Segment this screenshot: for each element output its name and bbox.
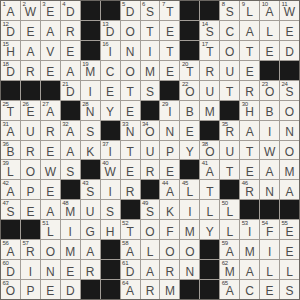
cell-r14c10[interactable]: N: [180, 260, 199, 279]
cell-letter: R: [21, 146, 40, 159]
cell-r15c13[interactable]: C: [240, 280, 259, 299]
cell-r3c6[interactable]: 16I: [101, 41, 120, 60]
cell-r15c15[interactable]: S: [280, 280, 299, 299]
black-cell-r10c8: [141, 180, 160, 199]
cell-r13c15[interactable]: E: [280, 240, 299, 259]
cell-letter: P: [21, 285, 40, 298]
cell-r4c10[interactable]: 20T: [180, 61, 199, 80]
cell-r8c1[interactable]: 36B: [1, 141, 20, 160]
cell-letter: E: [21, 206, 40, 219]
cell-r15c7[interactable]: 64A: [121, 280, 140, 299]
cell-letter: C: [240, 285, 259, 298]
cell-r5c5[interactable]: I: [81, 81, 100, 100]
black-cell-r4c15: [280, 61, 299, 80]
cell-r10c3[interactable]: E: [41, 180, 60, 199]
cell-r7c10[interactable]: E: [180, 121, 199, 140]
cell-letter: O: [200, 146, 219, 159]
cell-letter: S: [200, 26, 219, 39]
cell-r15c1[interactable]: 63O: [1, 280, 20, 299]
cell-letter: L: [220, 206, 239, 219]
cell-r9c12[interactable]: T: [220, 160, 239, 179]
cell-letter: A: [160, 186, 179, 199]
cell-letter: Y: [101, 106, 120, 119]
cell-letter: M: [200, 106, 219, 119]
cell-r10c11[interactable]: T: [200, 180, 219, 199]
cell-r13c3[interactable]: O: [41, 240, 60, 259]
cell-r11c5[interactable]: U: [81, 200, 100, 219]
cell-r8c14[interactable]: W: [260, 141, 279, 160]
cell-letter: A: [41, 106, 60, 119]
cell-r4c1[interactable]: 18D: [1, 61, 20, 80]
cell-r1c3[interactable]: 3E: [41, 1, 60, 20]
cell-r8c12[interactable]: U: [220, 141, 239, 160]
cell-r15c3[interactable]: E: [41, 280, 60, 299]
cell-r4c3[interactable]: E: [41, 61, 60, 80]
cell-r13c14[interactable]: I: [260, 240, 279, 259]
cell-letter: A: [61, 66, 80, 79]
cell-r9c8[interactable]: R: [141, 160, 160, 179]
cell-r10c2[interactable]: P: [21, 180, 40, 199]
cell-r8c15[interactable]: O: [280, 141, 299, 160]
cell-r13c7[interactable]: 58A: [121, 240, 140, 259]
cell-r7c2[interactable]: U: [21, 121, 40, 140]
cell-r8c13[interactable]: T: [240, 141, 259, 160]
cell-r2c12[interactable]: C: [220, 21, 239, 40]
cell-r5c7[interactable]: T: [121, 81, 140, 100]
cell-r8c6[interactable]: 37I: [101, 141, 120, 160]
cell-r2c2[interactable]: E: [21, 21, 40, 40]
cell-r10c14[interactable]: N: [260, 180, 279, 199]
cell-r9c4[interactable]: S: [61, 160, 80, 179]
cell-letter: H: [101, 226, 120, 239]
cell-r2c15[interactable]: E: [280, 21, 299, 40]
cell-r13c9[interactable]: O: [160, 240, 179, 259]
cell-r12c12[interactable]: L: [220, 220, 239, 239]
cell-letter: P: [160, 146, 179, 159]
cell-letter: E: [41, 285, 60, 298]
cell-r3c9[interactable]: T: [160, 41, 179, 60]
cell-letter: O: [180, 86, 199, 99]
cell-r13c10[interactable]: O: [180, 240, 199, 259]
cell-r11c12[interactable]: 50L: [220, 200, 239, 219]
cell-r2c3[interactable]: A: [41, 21, 60, 40]
cell-letter: A: [141, 266, 160, 279]
cell-letter: A: [121, 285, 140, 298]
cell-r5c8[interactable]: S: [141, 81, 160, 100]
cell-r4c5[interactable]: 19M: [81, 61, 100, 80]
cell-r14c8[interactable]: A: [141, 260, 160, 279]
cell-r13c2[interactable]: 57R: [21, 240, 40, 259]
cell-r9c7[interactable]: E: [121, 160, 140, 179]
cell-letter: A: [81, 246, 100, 259]
cell-r8c5[interactable]: K: [81, 141, 100, 160]
cell-letter: O: [141, 126, 160, 139]
cell-r5c6[interactable]: E: [101, 81, 120, 100]
cell-r11c8[interactable]: 49S: [141, 200, 160, 219]
cell-letter: O: [160, 246, 179, 259]
cell-r2c4[interactable]: R: [61, 21, 80, 40]
cell-r8c8[interactable]: U: [141, 141, 160, 160]
cell-letter: R: [121, 186, 140, 199]
cell-r12c8[interactable]: O: [141, 220, 160, 239]
cell-letter: N: [41, 266, 60, 279]
cell-r10c13[interactable]: 46R: [240, 180, 259, 199]
cell-letter: A: [240, 266, 259, 279]
cell-r11c3[interactable]: A: [41, 200, 60, 219]
cell-letter: E: [180, 126, 199, 139]
cell-r7c13[interactable]: A: [240, 121, 259, 140]
cell-r14c9[interactable]: R: [160, 260, 179, 279]
cell-letter: A: [220, 285, 239, 298]
cell-letter: S: [141, 6, 160, 19]
cell-r6c1[interactable]: 25T: [1, 101, 20, 120]
black-cell-r4c14: [260, 61, 279, 80]
cell-r1c8[interactable]: 6S: [141, 1, 160, 20]
cell-r4c13[interactable]: E: [240, 61, 259, 80]
cell-letter: T: [200, 186, 219, 199]
cell-r14c2[interactable]: I: [21, 260, 40, 279]
cell-r4c9[interactable]: E: [160, 61, 179, 80]
cell-r13c13[interactable]: M: [240, 240, 259, 259]
black-cell-r11c13: [240, 200, 259, 219]
black-cell-r10c12: [220, 180, 239, 199]
cell-r11c10[interactable]: I: [180, 200, 199, 219]
cell-letter: A: [240, 126, 259, 139]
cell-r1c4[interactable]: 4D: [61, 1, 80, 20]
cell-r14c7[interactable]: 61D: [121, 260, 140, 279]
cell-letter: R: [41, 126, 60, 139]
cell-letter: N: [180, 266, 199, 279]
cell-r3c11[interactable]: 17T: [200, 41, 219, 60]
cell-letter: W: [21, 6, 40, 19]
black-cell-r6c8: [141, 101, 160, 120]
cell-r1c13[interactable]: 9L: [240, 1, 259, 20]
cell-r4c2[interactable]: R: [21, 61, 40, 80]
cell-r12c7[interactable]: 52T: [121, 220, 140, 239]
cell-r15c9[interactable]: M: [160, 280, 179, 299]
cell-r7c3[interactable]: R: [41, 121, 60, 140]
cell-letter: S: [141, 206, 160, 219]
cell-r3c2[interactable]: A: [21, 41, 40, 60]
cell-letter: U: [200, 86, 219, 99]
cell-r5c4[interactable]: 21D: [61, 81, 80, 100]
cell-letter: D: [121, 266, 140, 279]
cell-letter: U: [220, 146, 239, 159]
cell-r2c1[interactable]: 12D: [1, 21, 20, 40]
cell-r9c2[interactable]: O: [21, 160, 40, 179]
cell-letter: T: [200, 46, 219, 59]
cell-letter: R: [141, 166, 160, 179]
cell-letter: E: [121, 166, 140, 179]
cell-r10c9[interactable]: 44A: [160, 180, 179, 199]
cell-r4c11[interactable]: R: [200, 61, 219, 80]
cell-r12c4[interactable]: I: [61, 220, 80, 239]
cell-letter: M: [240, 246, 259, 259]
cell-r5c15[interactable]: 24S: [280, 81, 299, 100]
cell-r11c4[interactable]: 48M: [61, 200, 80, 219]
cell-letter: A: [121, 246, 140, 259]
cell-r14c12[interactable]: 62M: [220, 260, 239, 279]
cell-r13c5[interactable]: A: [81, 240, 100, 259]
cell-r15c14[interactable]: E: [260, 280, 279, 299]
cell-letter: L: [141, 246, 160, 259]
cell-letter: I: [101, 146, 120, 159]
cell-letter: I: [260, 126, 279, 139]
cell-r4c8[interactable]: M: [141, 61, 160, 80]
cell-r12c15[interactable]: 55E: [280, 220, 299, 239]
cell-letter: D: [280, 46, 299, 59]
cell-letter: N: [81, 106, 100, 119]
cell-letter: E: [61, 46, 80, 59]
cell-r2c7[interactable]: O: [121, 21, 140, 40]
cell-r13c1[interactable]: 56A: [1, 240, 20, 259]
cell-letter: M: [81, 66, 100, 79]
cell-letter: Y: [180, 146, 199, 159]
cell-letter: M: [61, 246, 80, 259]
cell-letter: I: [240, 226, 259, 239]
cell-letter: L: [220, 226, 239, 239]
cell-r12c10[interactable]: M: [180, 220, 199, 239]
cell-r1c9[interactable]: 7T: [160, 1, 179, 20]
cell-r10c1[interactable]: 42A: [1, 180, 20, 199]
cell-r7c9[interactable]: N: [160, 121, 179, 140]
cell-letter: U: [141, 146, 160, 159]
cell-letter: V: [41, 46, 60, 59]
cell-r6c15[interactable]: O: [280, 101, 299, 120]
cell-r7c5[interactable]: S: [81, 121, 100, 140]
cell-letter: R: [61, 26, 80, 39]
cell-r5c12[interactable]: T: [220, 81, 239, 100]
cell-letter: S: [220, 6, 239, 19]
cell-r7c15[interactable]: N: [280, 121, 299, 140]
cell-letter: O: [141, 226, 160, 239]
cell-letter: R: [141, 285, 160, 298]
cell-r12c14[interactable]: 54F: [260, 220, 279, 239]
cell-r8c9[interactable]: P: [160, 141, 179, 160]
cell-r12c6[interactable]: H: [101, 220, 120, 239]
cell-r12c3[interactable]: 51L: [41, 220, 60, 239]
cell-r9c14[interactable]: A: [260, 160, 279, 179]
cell-letter: A: [41, 206, 60, 219]
cell-r6c14[interactable]: B: [260, 101, 279, 120]
cell-r6c11[interactable]: M: [200, 101, 219, 120]
cell-r9c6[interactable]: 40W: [101, 160, 120, 179]
cell-letter: G: [81, 226, 100, 239]
cell-r11c6[interactable]: S: [101, 200, 120, 219]
cell-r14c15[interactable]: L: [280, 260, 299, 279]
cell-r3c7[interactable]: N: [121, 41, 140, 60]
cell-r8c2[interactable]: R: [21, 141, 40, 160]
cell-letter: O: [1, 285, 20, 298]
cell-r9c13[interactable]: E: [240, 160, 259, 179]
cell-r15c12[interactable]: 65A: [220, 280, 239, 299]
cell-r6c13[interactable]: 30H: [240, 101, 259, 120]
cell-letter: B: [180, 106, 199, 119]
cell-letter: H: [1, 46, 20, 59]
cell-r15c8[interactable]: R: [141, 280, 160, 299]
cell-letter: Y: [200, 226, 219, 239]
cell-r5c11[interactable]: U: [200, 81, 219, 100]
cell-r5c14[interactable]: 23O: [260, 81, 279, 100]
cell-r8c10[interactable]: Y: [180, 141, 199, 160]
cell-r7c12[interactable]: 35R: [220, 121, 239, 140]
black-cell-r7c6: [101, 121, 120, 140]
cell-r3c1[interactable]: 15H: [1, 41, 20, 60]
cell-letter: O: [280, 146, 299, 159]
cell-r3c14[interactable]: E: [260, 41, 279, 60]
cell-r9c3[interactable]: W: [41, 160, 60, 179]
cell-letter: O: [180, 246, 199, 259]
cell-letter: O: [41, 246, 60, 259]
cell-letter: F: [260, 226, 279, 239]
cell-r3c8[interactable]: I: [141, 41, 160, 60]
cell-letter: S: [141, 86, 160, 99]
cell-r5c13[interactable]: R: [240, 81, 259, 100]
cell-r10c10[interactable]: 45L: [180, 180, 199, 199]
cell-letter: S: [101, 206, 120, 219]
cell-r4c12[interactable]: U: [220, 61, 239, 80]
cell-r7c4[interactable]: 32A: [61, 121, 80, 140]
cell-r1c14[interactable]: 10A: [260, 1, 279, 20]
cell-r2c14[interactable]: L: [260, 21, 279, 40]
cell-r4c6[interactable]: C: [101, 61, 120, 80]
cell-r14c14[interactable]: L: [260, 260, 279, 279]
cell-letter: N: [121, 46, 140, 59]
cell-r7c8[interactable]: 34O: [141, 121, 160, 140]
cell-r12c13[interactable]: 53I: [240, 220, 259, 239]
cell-letter: S: [280, 285, 299, 298]
cell-letter: L: [180, 186, 199, 199]
cell-r10c6[interactable]: I: [101, 180, 120, 199]
cell-r13c8[interactable]: L: [141, 240, 160, 259]
cell-r14c5[interactable]: R: [81, 260, 100, 279]
cell-r12c9[interactable]: F: [160, 220, 179, 239]
cell-letter: A: [21, 46, 40, 59]
cell-letter: E: [21, 26, 40, 39]
cell-r10c7[interactable]: R: [121, 180, 140, 199]
black-cell-r15c10: [180, 280, 199, 299]
cell-r6c9[interactable]: 29I: [160, 101, 179, 120]
cell-letter: M: [220, 266, 239, 279]
cell-r3c13[interactable]: T: [240, 41, 259, 60]
cell-r4c4[interactable]: A: [61, 61, 80, 80]
cell-r12c11[interactable]: Y: [200, 220, 219, 239]
cell-r14c1[interactable]: 60D: [1, 260, 20, 279]
cell-r6c6[interactable]: Y: [101, 101, 120, 120]
cell-r3c4[interactable]: E: [61, 41, 80, 60]
cell-r1c1[interactable]: 1A: [1, 1, 20, 20]
crossword-grid: 1A2W3E4D5D6S7T8S9L10A11W12DEAR13DOTE14SC…: [0, 0, 300, 300]
cell-r9c9[interactable]: E: [160, 160, 179, 179]
cell-r3c15[interactable]: D: [280, 41, 299, 60]
cell-r9c1[interactable]: 39L: [1, 160, 20, 179]
cell-r13c4[interactable]: M: [61, 240, 80, 259]
black-cell-r15c5: [81, 280, 100, 299]
cell-letter: E: [240, 166, 259, 179]
cell-letter: A: [280, 186, 299, 199]
cell-letter: A: [1, 246, 20, 259]
cell-r11c2[interactable]: E: [21, 200, 40, 219]
cell-letter: D: [1, 26, 20, 39]
cell-letter: M: [180, 226, 199, 239]
cell-r15c4[interactable]: D: [61, 280, 80, 299]
cell-r10c15[interactable]: A: [280, 180, 299, 199]
cell-r1c7[interactable]: 5D: [121, 1, 140, 20]
cell-letter: S: [1, 206, 20, 219]
cell-r4c7[interactable]: O: [121, 61, 140, 80]
cell-r11c11[interactable]: L: [200, 200, 219, 219]
cell-r6c7[interactable]: E: [121, 101, 140, 120]
cell-r2c9[interactable]: E: [160, 21, 179, 40]
cell-letter: D: [101, 26, 120, 39]
cell-r1c15[interactable]: 11W: [280, 1, 299, 20]
cell-r1c12[interactable]: 8S: [220, 1, 239, 20]
cell-r7c14[interactable]: I: [260, 121, 279, 140]
cell-letter: R: [81, 266, 100, 279]
cell-r2c11[interactable]: 14S: [200, 21, 219, 40]
cell-letter: R: [21, 246, 40, 259]
cell-letter: U: [81, 206, 100, 219]
cell-r3c12[interactable]: O: [220, 41, 239, 60]
cell-letter: R: [240, 186, 259, 199]
cell-r9c15[interactable]: M: [280, 160, 299, 179]
cell-letter: E: [41, 186, 60, 199]
cell-r14c3[interactable]: N: [41, 260, 60, 279]
cell-letter: R: [220, 126, 239, 139]
cell-r7c1[interactable]: 31A: [1, 121, 20, 140]
cell-r1c2[interactable]: 2W: [21, 1, 40, 20]
black-cell-r1c11: [200, 1, 219, 20]
black-cell-r1c6: [101, 1, 120, 20]
cell-letter: I: [61, 226, 80, 239]
cell-r6c5[interactable]: 28N: [81, 101, 100, 120]
cell-letter: E: [41, 146, 60, 159]
cell-r3c3[interactable]: V: [41, 41, 60, 60]
cell-r8c4[interactable]: A: [61, 141, 80, 160]
cell-letter: A: [41, 26, 60, 39]
cell-r15c2[interactable]: P: [21, 280, 40, 299]
cell-r8c3[interactable]: E: [41, 141, 60, 160]
cell-r2c8[interactable]: T: [141, 21, 160, 40]
cell-letter: R: [21, 66, 40, 79]
cell-letter: I: [180, 206, 199, 219]
cell-r11c1[interactable]: 47S: [1, 200, 20, 219]
cell-r2c13[interactable]: A: [240, 21, 259, 40]
cell-r6c10[interactable]: B: [180, 101, 199, 120]
cell-r5c10[interactable]: 22O: [180, 81, 199, 100]
cell-r9c11[interactable]: 41A: [200, 160, 219, 179]
cell-r13c12[interactable]: 59A: [220, 240, 239, 259]
cell-r14c13[interactable]: A: [240, 260, 259, 279]
cell-letter: I: [101, 46, 120, 59]
cell-letter: I: [101, 186, 120, 199]
cell-r6c3[interactable]: 27A: [41, 101, 60, 120]
cell-r7c7[interactable]: 33N: [121, 121, 140, 140]
cell-r11c9[interactable]: K: [160, 200, 179, 219]
black-cell-r12c2: [21, 220, 40, 239]
cell-letter: N: [121, 126, 140, 139]
black-cell-r10c4: [61, 180, 80, 199]
cell-r12c5[interactable]: G: [81, 220, 100, 239]
cell-r8c11[interactable]: 38O: [200, 141, 219, 160]
cell-r6c2[interactable]: 26E: [21, 101, 40, 120]
cell-r10c5[interactable]: 43S: [81, 180, 100, 199]
cell-r8c7[interactable]: T: [121, 141, 140, 160]
cell-letter: T: [160, 6, 179, 19]
cell-letter: B: [260, 106, 279, 119]
cell-r2c6[interactable]: 13D: [101, 21, 120, 40]
cell-r14c4[interactable]: E: [61, 260, 80, 279]
